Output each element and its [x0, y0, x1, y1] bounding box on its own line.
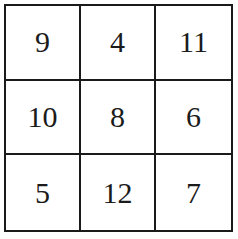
cell-r0-c0: 9	[6, 6, 81, 81]
cell-r2-c1: 12	[81, 155, 156, 230]
cell-r0-c2: 11	[156, 6, 231, 81]
cell-r2-c0: 5	[6, 155, 81, 230]
cell-r1-c2: 6	[156, 81, 231, 156]
cell-r2-c2: 7	[156, 155, 231, 230]
cell-r1-c1: 8	[81, 81, 156, 156]
cell-r1-c0: 10	[6, 81, 81, 156]
magic-square-board: 9 4 11 10 8 6 5 12 7	[4, 4, 233, 232]
cell-r0-c1: 4	[81, 6, 156, 81]
